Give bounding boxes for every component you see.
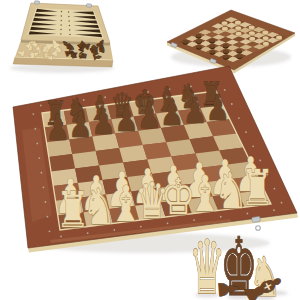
case-clasp (86, 4, 91, 8)
chess-set-scene: ♟♞♝♜♛♚♟♞♝♜♟♟♞♝♟♞♝♜♛♚♟♞♝♜♟♟♞♝ ♜♞♝♛♚♝♞♜♟♟♟… (0, 0, 300, 300)
product-photo: ♟♞♝♜♛♚♟♞♝♜♟♟♞♝♟♞♝♜♛♚♟♞♝♜♟♟♞♝ ♜♞♝♛♚♝♞♜♟♟♟… (0, 0, 300, 300)
stored-piece-dark: ♞ (69, 49, 79, 60)
stored-piece-light: ♝ (42, 52, 54, 63)
chess-piece-dark-pawn: ♟ (160, 92, 185, 135)
chess-piece-dark-pawn: ♟ (114, 97, 139, 140)
open-storage-case: ♟♞♝♜♛♚♟♞♝♜♟♟♞♝♟♞♝♜♛♚♟♞♝♜♟♟♞♝ (13, 1, 113, 67)
case-clasp (34, 1, 39, 5)
chess-piece-dark-pawn: ♟ (206, 86, 231, 129)
stored-piece-dark: ♝ (91, 52, 103, 63)
chess-piece-dark-pawn: ♟ (68, 103, 93, 146)
chess-piece-dark-pawn: ♟ (46, 106, 71, 149)
loose-chess-pieces: ♛♚♞♟♝ (189, 221, 296, 300)
chess-piece-light-rook: ♜ (240, 158, 274, 215)
chess-piece-dark-pawn: ♟ (137, 95, 162, 138)
chess-piece-dark-pawn: ♟ (183, 89, 208, 132)
chess-piece-dark-pawn: ♟ (91, 100, 116, 143)
stored-piece-light: ♞ (28, 49, 38, 60)
folded-checkers-board (167, 10, 295, 74)
